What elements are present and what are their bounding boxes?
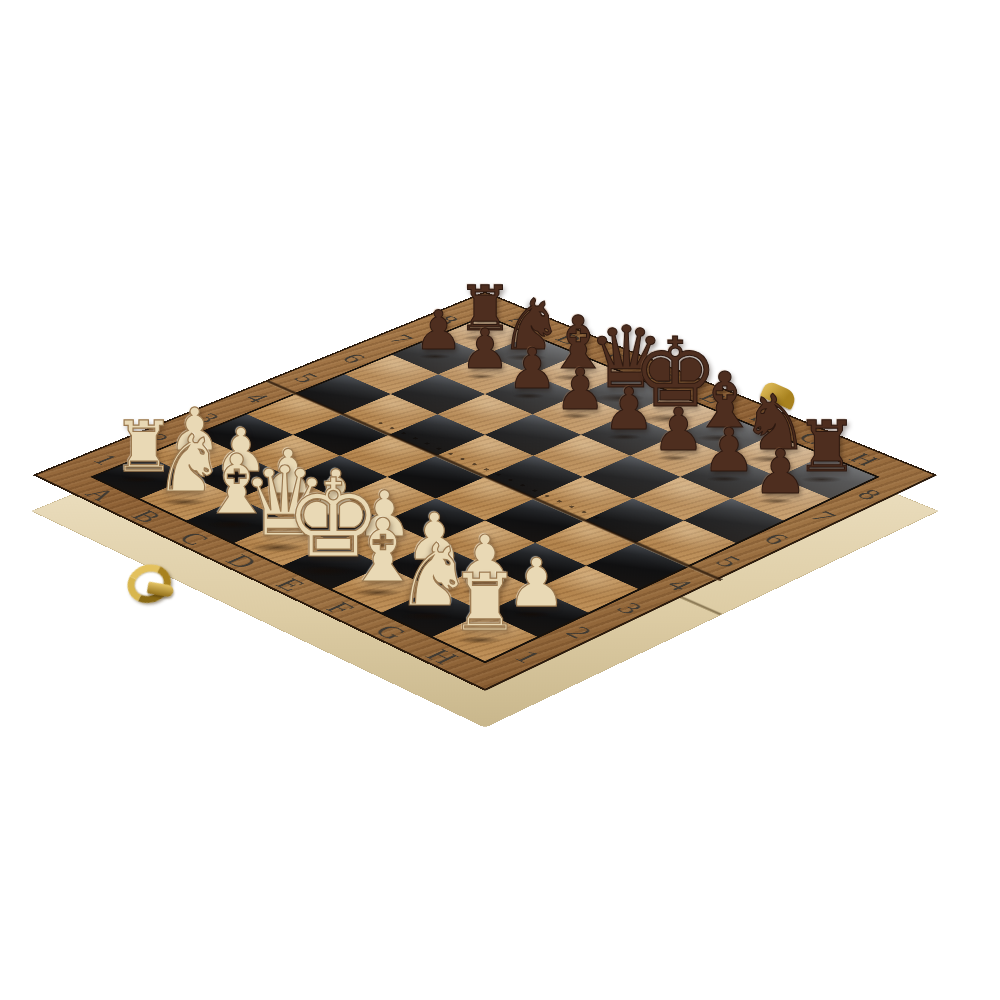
- rank-label-left-7: 7: [383, 331, 420, 346]
- rank-label-right-2: 2: [559, 623, 600, 642]
- checker-grid: [94, 317, 875, 661]
- rank-label-right-6: 6: [757, 530, 796, 548]
- rank-label-right-7: 7: [804, 508, 843, 526]
- rank-label-right-3: 3: [610, 599, 651, 618]
- rank-label-left-8: 8: [429, 313, 466, 328]
- rank-label-right-8: 8: [850, 486, 888, 503]
- chess-board: ABCDEFGHABCDEFGH8765432187654321: [32, 292, 937, 691]
- product-photo-stage: ABCDEFGHABCDEFGH8765432187654321 ♜♞♝♛♚♝♞…: [0, 0, 1000, 1000]
- rank-label-right-5: 5: [709, 552, 749, 570]
- rank-label-right-4: 4: [660, 575, 700, 594]
